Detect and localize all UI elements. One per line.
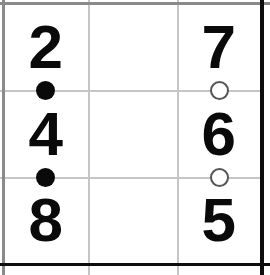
cell-r3c1[interactable]: 8 bbox=[3, 178, 89, 264]
kropki-black-dot-r2r3-c1 bbox=[36, 168, 55, 187]
kropki-white-dot-r1r2-c3 bbox=[210, 81, 229, 100]
kropki-board-canvas: 2 7 4 6 8 5 bbox=[0, 0, 270, 275]
board-grid: 2 7 4 6 8 5 bbox=[3, 3, 260, 263]
cell-r2c2[interactable] bbox=[89, 91, 178, 178]
cell-r2c1[interactable]: 4 bbox=[3, 91, 89, 178]
kropki-white-dot-r2r3-c3 bbox=[210, 168, 229, 187]
box-border-bottom bbox=[0, 263, 270, 266]
cell-r3c2[interactable] bbox=[89, 178, 178, 264]
cell-r1c3[interactable]: 7 bbox=[178, 3, 261, 91]
cell-r2c3[interactable]: 6 bbox=[178, 91, 261, 178]
cell-r1c1[interactable]: 2 bbox=[3, 3, 89, 91]
cell-r3c3[interactable]: 5 bbox=[178, 178, 261, 264]
box-border-right bbox=[260, 0, 264, 275]
kropki-black-dot-r1r2-c1 bbox=[36, 81, 55, 100]
cell-r1c2[interactable] bbox=[89, 3, 178, 91]
